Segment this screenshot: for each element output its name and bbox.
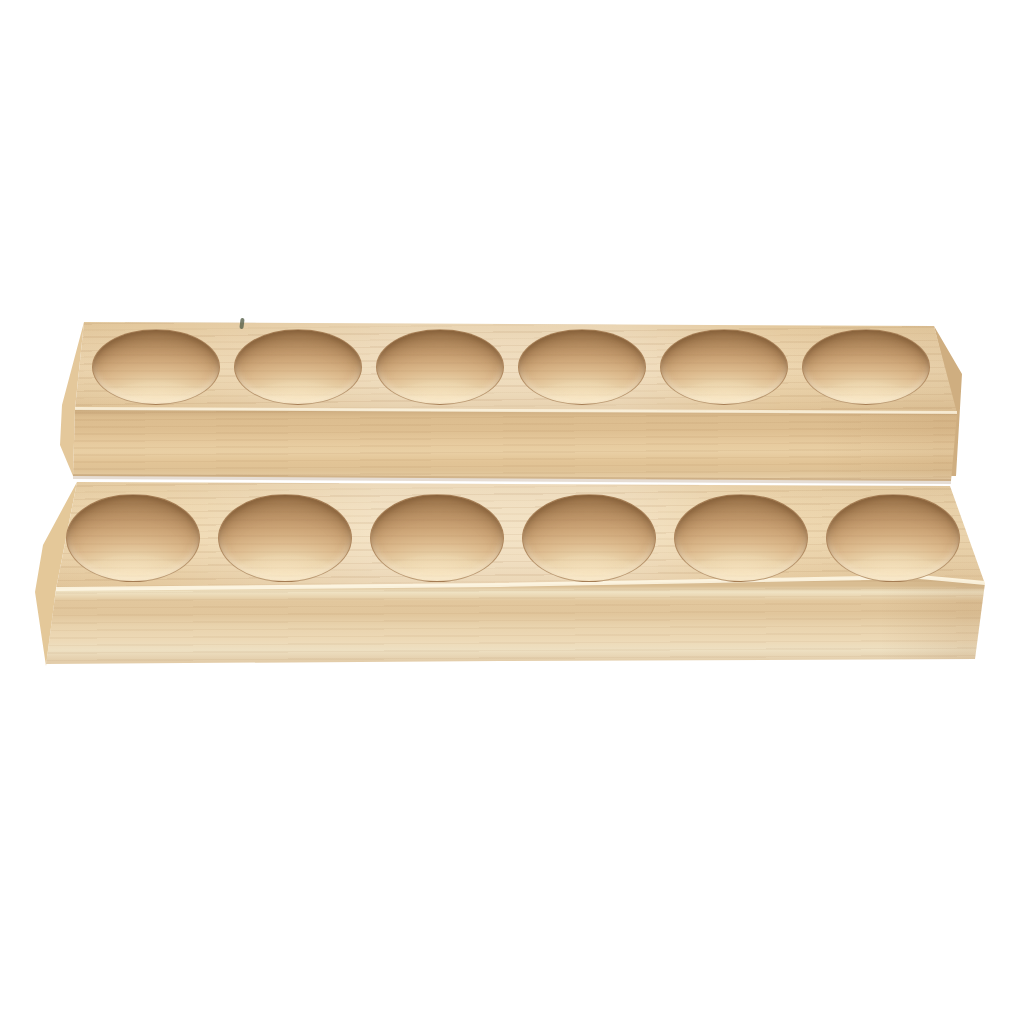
- pit-bottom-1[interactable]: [66, 494, 200, 582]
- mancala-board-photo: [0, 0, 1024, 1024]
- top-row-cell-3: [369, 330, 511, 404]
- pit-top-3[interactable]: [376, 329, 504, 405]
- pit-bottom-2[interactable]: [218, 494, 352, 582]
- bottom-row-cell-5: [665, 495, 817, 581]
- pit-top-6[interactable]: [802, 329, 930, 405]
- pit-top-4[interactable]: [518, 329, 646, 405]
- bottom-row-cell-2: [209, 495, 361, 581]
- top-row-cell-1: [85, 330, 227, 404]
- bottom-row-cell-4: [513, 495, 665, 581]
- bottom-row-cell-1: [57, 495, 209, 581]
- top-row-cell-2: [227, 330, 369, 404]
- pit-top-2[interactable]: [234, 329, 362, 405]
- bottom-row-cell-3: [361, 495, 513, 581]
- pit-bottom-6[interactable]: [826, 494, 960, 582]
- pit-bottom-5[interactable]: [674, 494, 808, 582]
- top-row-cell-5: [653, 330, 795, 404]
- top-row-cell-6: [795, 330, 937, 404]
- top-pit-row: [85, 330, 937, 404]
- pit-bottom-4[interactable]: [522, 494, 656, 582]
- top-row-cell-4: [511, 330, 653, 404]
- pit-top-5[interactable]: [660, 329, 788, 405]
- pit-bottom-3[interactable]: [370, 494, 504, 582]
- pit-top-1[interactable]: [92, 329, 220, 405]
- bottom-pit-row: [57, 495, 969, 581]
- bottom-row-cell-6: [817, 495, 969, 581]
